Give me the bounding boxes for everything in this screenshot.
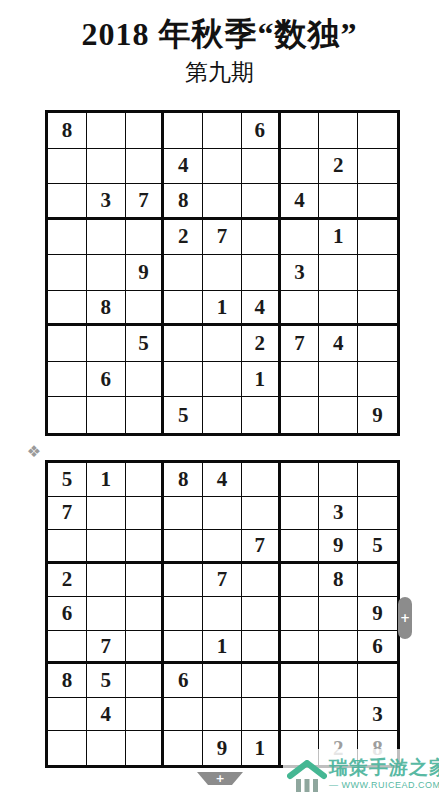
sudoku1-cell-r8c2: 6 <box>87 362 126 398</box>
sudoku2-cell-r7c1: 8 <box>48 664 87 698</box>
sudoku2-cell-r3c2 <box>87 530 126 564</box>
sudoku2-cell-r3c7 <box>281 530 320 564</box>
sudoku2-cell-r6c1 <box>48 631 87 665</box>
sudoku2-cell-r4c8: 8 <box>319 564 358 598</box>
sudoku2-cell-r8c1 <box>48 698 87 732</box>
sudoku2-cell-r8c3 <box>126 698 165 732</box>
sudoku1-cell-r6c3 <box>126 291 165 327</box>
sudoku2-cell-r1c2: 1 <box>87 463 126 497</box>
sudoku2-cell-r3c3 <box>126 530 165 564</box>
sudoku2-cell-r2c1: 7 <box>48 497 87 531</box>
sudoku1-cell-r5c8 <box>319 255 358 291</box>
expand-bottom-handle[interactable]: + <box>197 772 243 785</box>
sudoku2-cell-r8c4 <box>164 698 203 732</box>
watermark-text-block: 瑞策手游之家 — WWW.RUICEAD.COM — <box>329 749 439 790</box>
sudoku1-cell-r8c4 <box>164 362 203 398</box>
sudoku2-cell-r8c6 <box>242 698 281 732</box>
sudoku1-cell-r1c3 <box>126 113 165 149</box>
sudoku1-cell-r2c6 <box>242 149 281 185</box>
sudoku2-cell-r2c9 <box>358 497 397 531</box>
sudoku2-cell-r5c5 <box>203 597 242 631</box>
sudoku2-cell-r6c7 <box>281 631 320 665</box>
sudoku1-cell-r6c1 <box>48 291 87 327</box>
sudoku1-cell-r5c3: 9 <box>126 255 165 291</box>
sudoku2-cell-r9c6: 1 <box>242 731 281 765</box>
sudoku1-cell-r7c9 <box>358 326 397 362</box>
sudoku2-cell-r5c1: 6 <box>48 597 87 631</box>
sudoku1-cell-r2c4: 4 <box>164 149 203 185</box>
sudoku1-cell-r1c1: 8 <box>48 113 87 149</box>
watermark-url: — WWW.RUICEAD.COM — <box>329 780 439 790</box>
sudoku1-cell-r1c5 <box>203 113 242 149</box>
sudoku2-cell-r2c4 <box>164 497 203 531</box>
sudoku2-cell-r8c7 <box>281 698 320 732</box>
sudoku-grid-1: 864237842719381452746159 <box>45 110 400 436</box>
sudoku2-cell-r5c3 <box>126 597 165 631</box>
page-title: 2018 年秋季“数独” <box>0 13 439 57</box>
sudoku1-cell-r9c9: 9 <box>358 397 397 433</box>
sudoku2-cell-r5c7 <box>281 597 320 631</box>
sudoku2-cell-r3c9: 5 <box>358 530 397 564</box>
sudoku1-cell-r9c2 <box>87 397 126 433</box>
sudoku1-cell-r1c2 <box>87 113 126 149</box>
sudoku2-cell-r8c9: 3 <box>358 698 397 732</box>
sudoku1-cell-r4c5: 7 <box>203 220 242 256</box>
sudoku2-cell-r7c3 <box>126 664 165 698</box>
sudoku2-cell-r3c8: 9 <box>319 530 358 564</box>
sudoku1-cell-r5c6 <box>242 255 281 291</box>
sudoku1-cell-r6c4 <box>164 291 203 327</box>
sudoku2-cell-r9c4 <box>164 731 203 765</box>
sudoku2-cell-r5c6 <box>242 597 281 631</box>
sudoku2-cell-r5c9: 9 <box>358 597 397 631</box>
sudoku2-cell-r7c8 <box>319 664 358 698</box>
sudoku1-cell-r4c7 <box>281 220 320 256</box>
sudoku2-cell-r7c6 <box>242 664 281 698</box>
sudoku2-cell-r8c5 <box>203 698 242 732</box>
sudoku1-cell-r6c8 <box>319 291 358 327</box>
sudoku1-cell-r7c7: 7 <box>281 326 320 362</box>
sudoku2-cell-r8c8 <box>319 698 358 732</box>
sudoku1-cell-r8c6: 1 <box>242 362 281 398</box>
sudoku1-cell-r1c9 <box>358 113 397 149</box>
sudoku1-cell-r3c6 <box>242 184 281 220</box>
sudoku2-cell-r9c2 <box>87 731 126 765</box>
sudoku1-cell-r1c6: 6 <box>242 113 281 149</box>
sudoku2-cell-r2c8: 3 <box>319 497 358 531</box>
sudoku1-cell-r4c1 <box>48 220 87 256</box>
sudoku1-cell-r4c9 <box>358 220 397 256</box>
sudoku1-cell-r5c7: 3 <box>281 255 320 291</box>
sudoku2-cell-r4c9 <box>358 564 397 598</box>
sudoku2-cell-r2c2 <box>87 497 126 531</box>
sudoku1-cell-r9c4: 5 <box>164 397 203 433</box>
sudoku1-cell-r3c4: 8 <box>164 184 203 220</box>
plus-icon: + <box>400 612 410 624</box>
sudoku2-cell-r1c3 <box>126 463 165 497</box>
sudoku2-cell-r9c3 <box>126 731 165 765</box>
sudoku1-cell-r1c4 <box>164 113 203 149</box>
sudoku-grid-2: 51847379527869716856439128 <box>45 460 400 768</box>
sudoku2-cell-r6c2: 7 <box>87 631 126 665</box>
sudoku1-cell-r9c5 <box>203 397 242 433</box>
sudoku1-cell-r1c7 <box>281 113 320 149</box>
sudoku1-cell-r9c6 <box>242 397 281 433</box>
sudoku2-cell-r8c2: 4 <box>87 698 126 732</box>
sudoku2-cell-r6c8 <box>319 631 358 665</box>
sudoku2-cell-r4c7 <box>281 564 320 598</box>
sudoku1-cell-r9c1 <box>48 397 87 433</box>
page-subtitle: 第九期 <box>0 57 439 88</box>
sudoku1-cell-r2c3 <box>126 149 165 185</box>
sudoku2-cell-r2c6 <box>242 497 281 531</box>
sudoku1-cell-r3c3: 7 <box>126 184 165 220</box>
sudoku1-cell-r4c3 <box>126 220 165 256</box>
sudoku2-cell-r7c7 <box>281 664 320 698</box>
sudoku2-cell-r6c4 <box>164 631 203 665</box>
sudoku2-cell-r5c8 <box>319 597 358 631</box>
move-handle-icon[interactable]: ❖ <box>24 442 44 462</box>
sudoku2-cell-r6c3 <box>126 631 165 665</box>
sudoku2-cell-r1c7 <box>281 463 320 497</box>
sudoku2-cell-r1c1: 5 <box>48 463 87 497</box>
sudoku2-cell-r1c8 <box>319 463 358 497</box>
sudoku1-cell-r2c1 <box>48 149 87 185</box>
sudoku2-cell-r1c9 <box>358 463 397 497</box>
expand-right-handle[interactable]: + <box>398 597 412 639</box>
sudoku1-cell-r3c1 <box>48 184 87 220</box>
sudoku1-cell-r8c9 <box>358 362 397 398</box>
sudoku1-cell-r4c2 <box>87 220 126 256</box>
sudoku2-cell-r3c5 <box>203 530 242 564</box>
sudoku1-cell-r5c9 <box>358 255 397 291</box>
sudoku1-cell-r3c5 <box>203 184 242 220</box>
sudoku2-cell-r6c9: 6 <box>358 631 397 665</box>
sudoku2-cell-r1c6 <box>242 463 281 497</box>
sudoku1-cell-r4c4: 2 <box>164 220 203 256</box>
sudoku2-cell-r1c4: 8 <box>164 463 203 497</box>
sudoku2-cell-r6c6 <box>242 631 281 665</box>
sudoku1-cell-r3c8 <box>319 184 358 220</box>
sudoku2-cell-r4c2 <box>87 564 126 598</box>
sudoku1-cell-r2c8: 2 <box>319 149 358 185</box>
sudoku1-cell-r6c9 <box>358 291 397 327</box>
sudoku2-cell-r4c1: 2 <box>48 564 87 598</box>
sudoku2-cell-r3c6: 7 <box>242 530 281 564</box>
sudoku2-cell-r4c6 <box>242 564 281 598</box>
sudoku2-cell-r3c4 <box>164 530 203 564</box>
sudoku1-cell-r3c7: 4 <box>281 184 320 220</box>
sudoku1-cell-r1c8 <box>319 113 358 149</box>
sudoku2-cell-r4c5: 7 <box>203 564 242 598</box>
sudoku2-cell-r6c5: 1 <box>203 631 242 665</box>
sudoku2-cell-r4c4 <box>164 564 203 598</box>
sudoku1-cell-r7c4 <box>164 326 203 362</box>
sudoku1-cell-r4c8: 1 <box>319 220 358 256</box>
sudoku1-cell-r8c1 <box>48 362 87 398</box>
sudoku1-cell-r6c7 <box>281 291 320 327</box>
sudoku2-cell-r7c2: 5 <box>87 664 126 698</box>
plus-icon: + <box>215 773 224 784</box>
sudoku1-cell-r7c2 <box>87 326 126 362</box>
sudoku1-cell-r7c6: 2 <box>242 326 281 362</box>
sudoku1-cell-r2c9 <box>358 149 397 185</box>
watermark: 瑞策手游之家 — WWW.RUICEAD.COM — <box>283 749 439 800</box>
sudoku1-cell-r5c1 <box>48 255 87 291</box>
sudoku1-cell-r6c5: 1 <box>203 291 242 327</box>
sudoku1-cell-r7c5 <box>203 326 242 362</box>
sudoku1-cell-r8c3 <box>126 362 165 398</box>
sudoku2-cell-r5c4 <box>164 597 203 631</box>
sudoku2-cell-r9c1 <box>48 731 87 765</box>
sudoku2-cell-r2c7 <box>281 497 320 531</box>
sudoku1-cell-r2c2 <box>87 149 126 185</box>
sudoku1-cell-r2c7 <box>281 149 320 185</box>
sudoku1-cell-r7c1 <box>48 326 87 362</box>
sudoku1-cell-r4c6 <box>242 220 281 256</box>
sudoku2-cell-r2c5 <box>203 497 242 531</box>
sudoku2-cell-r7c5 <box>203 664 242 698</box>
sudoku1-cell-r6c2: 8 <box>87 291 126 327</box>
sudoku1-cell-r8c7 <box>281 362 320 398</box>
sudoku1-cell-r9c8 <box>319 397 358 433</box>
sudoku1-cell-r5c4 <box>164 255 203 291</box>
sudoku2-cell-r7c4: 6 <box>164 664 203 698</box>
sudoku1-cell-r3c2: 3 <box>87 184 126 220</box>
sudoku1-cell-r3c9 <box>358 184 397 220</box>
sudoku2-cell-r4c3 <box>126 564 165 598</box>
sudoku1-cell-r7c3: 5 <box>126 326 165 362</box>
sudoku2-cell-r3c1 <box>48 530 87 564</box>
sudoku1-cell-r6c6: 4 <box>242 291 281 327</box>
watermark-title: 瑞策手游之家 <box>329 758 439 779</box>
sudoku1-cell-r9c7 <box>281 397 320 433</box>
sudoku1-cell-r5c2 <box>87 255 126 291</box>
sudoku1-cell-r7c8: 4 <box>319 326 358 362</box>
sudoku2-cell-r2c3 <box>126 497 165 531</box>
sudoku1-cell-r5c5 <box>203 255 242 291</box>
sudoku2-cell-r1c5: 4 <box>203 463 242 497</box>
sudoku2-cell-r5c2 <box>87 597 126 631</box>
sudoku1-cell-r2c5 <box>203 149 242 185</box>
sudoku2-cell-r9c5: 9 <box>203 731 242 765</box>
sudoku1-cell-r8c5 <box>203 362 242 398</box>
sudoku2-cell-r7c9 <box>358 664 397 698</box>
house-icon <box>287 760 327 794</box>
sudoku1-cell-r9c3 <box>126 397 165 433</box>
sudoku1-cell-r8c8 <box>319 362 358 398</box>
